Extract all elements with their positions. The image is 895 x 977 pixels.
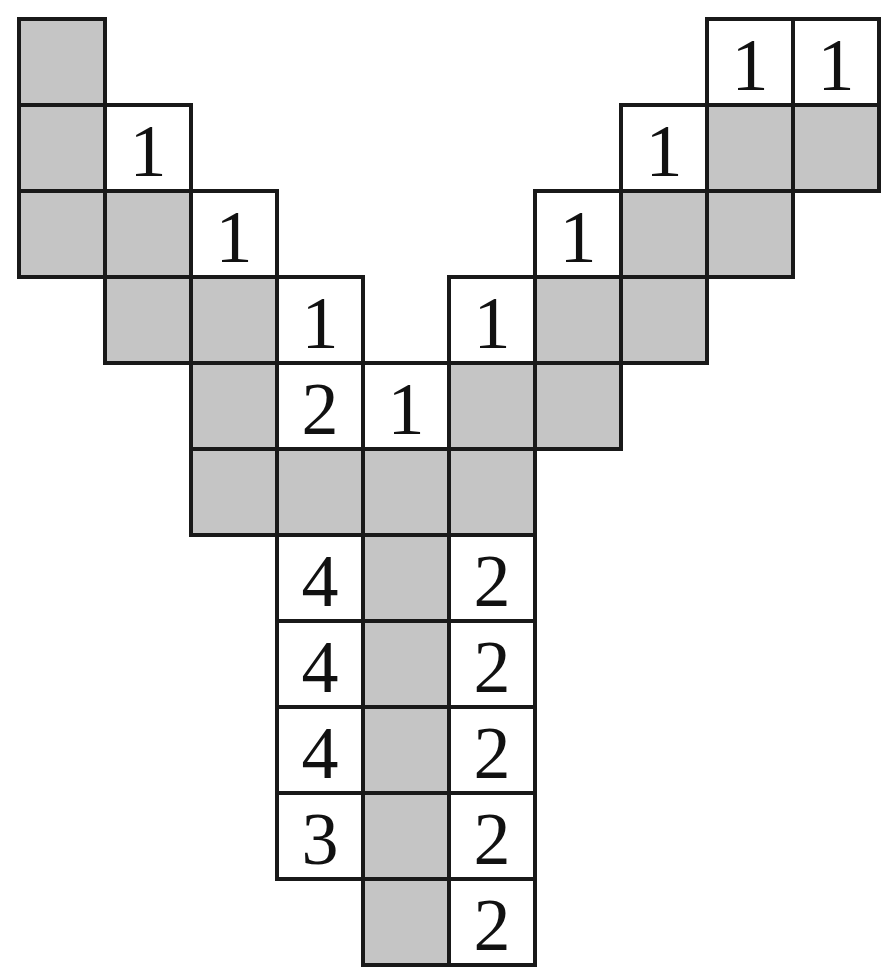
shaded-cell-r1c8[interactable] (705, 103, 795, 193)
clue-cell-r3c5: 1 (447, 275, 537, 365)
clue-number: 2 (302, 372, 339, 446)
shaded-cell-r0c0[interactable] (17, 17, 107, 107)
clue-cell-r0c8: 1 (705, 17, 795, 107)
clue-number: 1 (130, 114, 167, 188)
clue-cell-r1c7: 1 (619, 103, 709, 193)
clue-cell-r0c9: 1 (791, 17, 881, 107)
shaded-cell-r7c4[interactable] (361, 619, 451, 709)
shaded-cell-r9c4[interactable] (361, 791, 451, 881)
shaded-cell-r2c1[interactable] (103, 189, 193, 279)
clue-number: 1 (474, 286, 511, 360)
shaded-cell-r5c4[interactable] (361, 447, 451, 537)
shaded-cell-r2c7[interactable] (619, 189, 709, 279)
clue-cell-r10c5: 2 (447, 877, 537, 967)
clue-cell-r7c5: 2 (447, 619, 537, 709)
clue-number: 1 (818, 28, 855, 102)
shaded-cell-r3c7[interactable] (619, 275, 709, 365)
shaded-cell-r8c4[interactable] (361, 705, 451, 795)
clue-number: 3 (302, 802, 339, 876)
clue-cell-r1c1: 1 (103, 103, 193, 193)
clue-number: 1 (388, 372, 425, 446)
clue-number: 2 (474, 716, 511, 790)
clue-number: 2 (474, 888, 511, 962)
clue-cell-r9c3: 3 (275, 791, 365, 881)
clue-cell-r8c3: 4 (275, 705, 365, 795)
clue-number: 1 (302, 286, 339, 360)
shaded-cell-r2c0[interactable] (17, 189, 107, 279)
shaded-cell-r3c6[interactable] (533, 275, 623, 365)
shaded-cell-r10c4[interactable] (361, 877, 451, 967)
clue-cell-r6c3: 4 (275, 533, 365, 623)
clue-cell-r4c4: 1 (361, 361, 451, 451)
clue-number: 1 (646, 114, 683, 188)
clue-number: 2 (474, 802, 511, 876)
shaded-cell-r1c9[interactable] (791, 103, 881, 193)
clue-cell-r2c6: 1 (533, 189, 623, 279)
clue-number: 4 (302, 630, 339, 704)
clue-cell-r9c5: 2 (447, 791, 537, 881)
clue-cell-r8c5: 2 (447, 705, 537, 795)
shaded-cell-r5c3[interactable] (275, 447, 365, 537)
shaded-cell-r3c1[interactable] (103, 275, 193, 365)
shaded-cell-r2c8[interactable] (705, 189, 795, 279)
puzzle-board: 1111111121424242322 (17, 17, 883, 969)
shaded-cell-r5c5[interactable] (447, 447, 537, 537)
shaded-cell-r1c0[interactable] (17, 103, 107, 193)
clue-number: 1 (732, 28, 769, 102)
clue-cell-r4c3: 2 (275, 361, 365, 451)
clue-cell-r2c2: 1 (189, 189, 279, 279)
shaded-cell-r4c2[interactable] (189, 361, 279, 451)
shaded-cell-r5c2[interactable] (189, 447, 279, 537)
clue-number: 2 (474, 544, 511, 618)
shaded-cell-r4c5[interactable] (447, 361, 537, 451)
shaded-cell-r4c6[interactable] (533, 361, 623, 451)
clue-cell-r7c3: 4 (275, 619, 365, 709)
clue-number: 1 (560, 200, 597, 274)
clue-cell-r3c3: 1 (275, 275, 365, 365)
shaded-cell-r3c2[interactable] (189, 275, 279, 365)
clue-number: 4 (302, 544, 339, 618)
shaded-cell-r6c4[interactable] (361, 533, 451, 623)
clue-number: 1 (216, 200, 253, 274)
clue-number: 4 (302, 716, 339, 790)
clue-cell-r6c5: 2 (447, 533, 537, 623)
clue-number: 2 (474, 630, 511, 704)
